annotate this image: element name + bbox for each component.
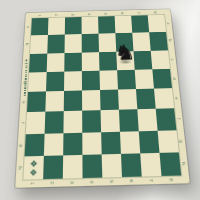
board-border: 12345678 12345678 abcdefgh abcdefgh ◆ ❖ … (15, 9, 190, 188)
brand-diamond-icon: ◆ (25, 59, 28, 62)
black-knight-c6[interactable]: ♞ (114, 42, 137, 64)
photo-background: 12345678 12345678 abcdefgh abcdefgh ◆ ❖ … (0, 0, 200, 200)
chess-board: 12345678 12345678 abcdefgh abcdefgh ◆ ❖ … (15, 9, 190, 188)
piece-layer: ♞ (23, 15, 181, 180)
brand-text (23, 63, 27, 97)
